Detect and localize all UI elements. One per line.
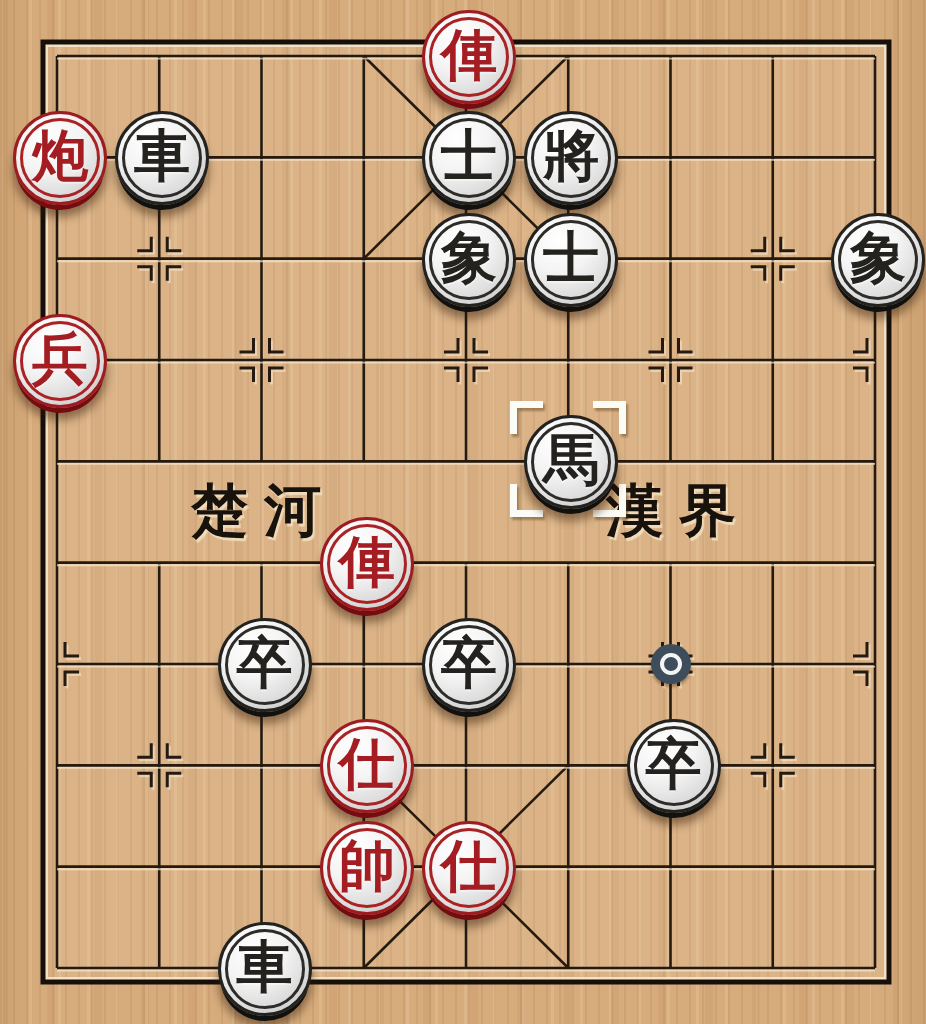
piece-glyph: 卒 (646, 736, 702, 792)
piece-glyph: 車 (134, 128, 190, 184)
piece-black-soldier[interactable]: 卒 (218, 618, 312, 712)
piece-glyph: 馬 (543, 432, 599, 488)
piece-black-horse[interactable]: 馬 (524, 415, 618, 509)
piece-glyph: 兵 (32, 331, 88, 387)
piece-black-chariot[interactable]: 車 (115, 111, 209, 205)
piece-glyph: 卒 (441, 635, 497, 691)
piece-red-advisor[interactable]: 仕 (422, 821, 516, 915)
piece-glyph: 象 (441, 230, 497, 286)
piece-glyph: 士 (441, 128, 497, 184)
piece-red-chariot[interactable]: 俥 (422, 10, 516, 104)
piece-glyph: 將 (543, 128, 599, 184)
piece-black-chariot[interactable]: 車 (218, 922, 312, 1016)
piece-glyph: 帥 (339, 838, 395, 894)
river-label-left: 楚河 (191, 479, 337, 543)
move-hint-ring[interactable] (651, 644, 691, 684)
piece-glyph: 俥 (339, 534, 395, 590)
piece-black-soldier[interactable]: 卒 (627, 719, 721, 813)
move-hint-inner-ring (660, 653, 682, 675)
xiangqi-app: 楚河 漢界 俥炮車士將象士象兵馬俥卒卒仕卒帥仕車 (0, 0, 926, 1024)
piece-glyph: 俥 (441, 27, 497, 83)
piece-glyph: 士 (543, 230, 599, 286)
piece-glyph: 卒 (237, 635, 293, 691)
piece-black-elephant[interactable]: 象 (831, 213, 925, 307)
piece-glyph: 炮 (32, 128, 88, 184)
piece-black-advisor[interactable]: 士 (524, 213, 618, 307)
piece-black-soldier[interactable]: 卒 (422, 618, 516, 712)
piece-red-advisor[interactable]: 仕 (320, 719, 414, 813)
piece-black-general[interactable]: 將 (524, 111, 618, 205)
piece-red-soldier[interactable]: 兵 (13, 314, 107, 408)
piece-red-general[interactable]: 帥 (320, 821, 414, 915)
piece-black-advisor[interactable]: 士 (422, 111, 516, 205)
piece-black-elephant[interactable]: 象 (422, 213, 516, 307)
piece-red-chariot[interactable]: 俥 (320, 517, 414, 611)
piece-glyph: 車 (237, 939, 293, 995)
piece-glyph: 仕 (441, 838, 497, 894)
piece-glyph: 象 (850, 230, 906, 286)
piece-red-cannon[interactable]: 炮 (13, 111, 107, 205)
piece-glyph: 仕 (339, 736, 395, 792)
river-label-right: 漢界 (606, 479, 752, 543)
